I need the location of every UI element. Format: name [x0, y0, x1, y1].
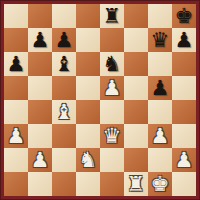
square-b5[interactable]	[28, 76, 52, 100]
square-d2[interactable]: ♞	[76, 148, 100, 172]
piece-black-queen[interactable]: ♛	[151, 28, 170, 52]
square-h7[interactable]: ♟	[172, 28, 196, 52]
piece-black-bishop[interactable]: ♝	[55, 52, 74, 76]
square-e7[interactable]	[100, 28, 124, 52]
square-e4[interactable]	[100, 100, 124, 124]
square-c7[interactable]: ♟	[52, 28, 76, 52]
square-c8[interactable]	[52, 4, 76, 28]
piece-white-pawn[interactable]: ♟	[31, 148, 50, 172]
square-g7[interactable]: ♛	[148, 28, 172, 52]
square-c3[interactable]	[52, 124, 76, 148]
piece-black-rook[interactable]: ♜	[103, 4, 122, 28]
square-b3[interactable]	[28, 124, 52, 148]
piece-black-knight[interactable]: ♞	[103, 52, 122, 76]
square-g5[interactable]: ♟	[148, 76, 172, 100]
square-f4[interactable]	[124, 100, 148, 124]
piece-white-knight[interactable]: ♞	[79, 148, 98, 172]
chess-board: ♜♚♟♟♛♟♟♝♞♟♟♝♟♛♟♟♞♟♜♚	[4, 4, 196, 196]
square-d6[interactable]	[76, 52, 100, 76]
square-d7[interactable]	[76, 28, 100, 52]
square-c5[interactable]	[52, 76, 76, 100]
square-b7[interactable]: ♟	[28, 28, 52, 52]
piece-white-bishop[interactable]: ♝	[55, 100, 74, 124]
piece-white-pawn[interactable]: ♟	[103, 76, 122, 100]
square-b6[interactable]	[28, 52, 52, 76]
square-c4[interactable]: ♝	[52, 100, 76, 124]
square-h5[interactable]	[172, 76, 196, 100]
square-f8[interactable]	[124, 4, 148, 28]
square-a7[interactable]	[4, 28, 28, 52]
square-f5[interactable]	[124, 76, 148, 100]
square-d5[interactable]	[76, 76, 100, 100]
square-f6[interactable]	[124, 52, 148, 76]
square-f1[interactable]: ♜	[124, 172, 148, 196]
square-f3[interactable]	[124, 124, 148, 148]
square-c1[interactable]	[52, 172, 76, 196]
square-d3[interactable]	[76, 124, 100, 148]
square-a5[interactable]	[4, 76, 28, 100]
square-f2[interactable]	[124, 148, 148, 172]
piece-black-pawn[interactable]: ♟	[55, 28, 74, 52]
square-a1[interactable]	[4, 172, 28, 196]
piece-white-king[interactable]: ♚	[151, 172, 170, 196]
square-c2[interactable]	[52, 148, 76, 172]
piece-black-pawn[interactable]: ♟	[7, 52, 26, 76]
piece-black-pawn[interactable]: ♟	[31, 28, 50, 52]
square-b1[interactable]	[28, 172, 52, 196]
square-b4[interactable]	[28, 100, 52, 124]
chess-board-frame: ♜♚♟♟♛♟♟♝♞♟♟♝♟♛♟♟♞♟♜♚	[0, 0, 200, 200]
square-g8[interactable]	[148, 4, 172, 28]
piece-black-pawn[interactable]: ♟	[151, 76, 170, 100]
square-h1[interactable]	[172, 172, 196, 196]
square-a3[interactable]: ♟	[4, 124, 28, 148]
piece-white-queen[interactable]: ♛	[103, 124, 122, 148]
piece-black-pawn[interactable]: ♟	[175, 28, 194, 52]
square-e6[interactable]: ♞	[100, 52, 124, 76]
square-h8[interactable]: ♚	[172, 4, 196, 28]
piece-white-pawn[interactable]: ♟	[151, 124, 170, 148]
square-c6[interactable]: ♝	[52, 52, 76, 76]
square-b2[interactable]: ♟	[28, 148, 52, 172]
square-e1[interactable]	[100, 172, 124, 196]
square-e3[interactable]: ♛	[100, 124, 124, 148]
square-d1[interactable]	[76, 172, 100, 196]
square-f7[interactable]	[124, 28, 148, 52]
piece-white-rook[interactable]: ♜	[127, 172, 146, 196]
square-e5[interactable]: ♟	[100, 76, 124, 100]
square-a2[interactable]	[4, 148, 28, 172]
square-b8[interactable]	[28, 4, 52, 28]
square-g6[interactable]	[148, 52, 172, 76]
square-h4[interactable]	[172, 100, 196, 124]
square-a8[interactable]	[4, 4, 28, 28]
piece-white-pawn[interactable]: ♟	[175, 148, 194, 172]
square-e2[interactable]	[100, 148, 124, 172]
square-e8[interactable]: ♜	[100, 4, 124, 28]
square-h2[interactable]: ♟	[172, 148, 196, 172]
square-d4[interactable]	[76, 100, 100, 124]
square-a4[interactable]	[4, 100, 28, 124]
square-h6[interactable]	[172, 52, 196, 76]
piece-white-pawn[interactable]: ♟	[7, 124, 26, 148]
square-g3[interactable]: ♟	[148, 124, 172, 148]
square-g1[interactable]: ♚	[148, 172, 172, 196]
square-g4[interactable]	[148, 100, 172, 124]
square-h3[interactable]	[172, 124, 196, 148]
square-d8[interactable]	[76, 4, 100, 28]
square-g2[interactable]	[148, 148, 172, 172]
piece-black-king[interactable]: ♚	[175, 4, 194, 28]
square-a6[interactable]: ♟	[4, 52, 28, 76]
